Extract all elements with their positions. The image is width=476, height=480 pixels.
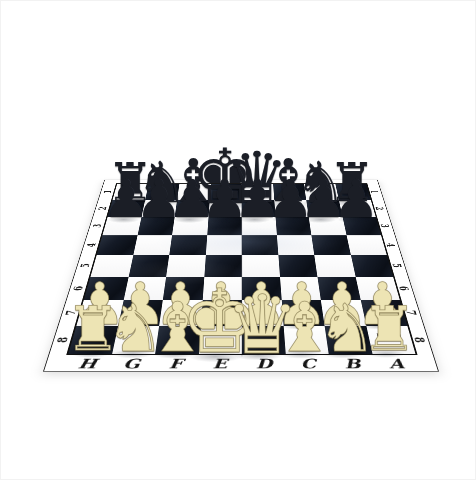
piece-white-rook-a8[interactable]: ♜ bbox=[361, 299, 416, 361]
coordinate-label: 5 bbox=[377, 262, 416, 269]
square-e4[interactable] bbox=[205, 235, 241, 255]
chess-set-photo: 12345678 12345678 HGFEDCBA ♜♞♝♚♛♝♞♜♟♟♟♟♟… bbox=[0, 0, 476, 480]
piece-black-pawn-a2[interactable]: ♟ bbox=[332, 173, 379, 226]
square-c4[interactable] bbox=[277, 235, 315, 255]
square-f4[interactable] bbox=[169, 235, 207, 255]
coordinate-label: 4 bbox=[372, 242, 410, 249]
square-d4[interactable] bbox=[242, 235, 278, 255]
coordinate-label: 4 bbox=[73, 242, 111, 249]
square-g4[interactable] bbox=[133, 235, 172, 255]
square-b4[interactable] bbox=[311, 235, 350, 255]
coordinate-label: 5 bbox=[66, 262, 105, 269]
